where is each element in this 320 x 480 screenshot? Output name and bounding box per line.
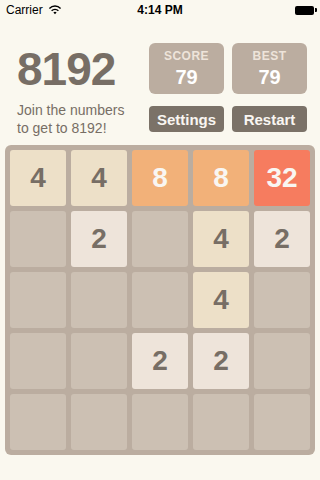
subtitle-line-2: to get to 8192! (17, 120, 107, 136)
empty-cell (71, 394, 127, 450)
empty-cell (193, 394, 249, 450)
tile-2: 2 (193, 333, 249, 389)
tile-4: 4 (10, 150, 66, 206)
score-row: SCORE 79 BEST 79 (149, 43, 307, 94)
status-bar: Carrier 4:14 PM (0, 0, 320, 20)
tile-4: 4 (193, 211, 249, 267)
empty-cell (10, 272, 66, 328)
status-time: 4:14 PM (0, 3, 320, 17)
restart-button[interactable]: Restart (232, 106, 307, 132)
tile-2: 2 (71, 211, 127, 267)
empty-cell (132, 272, 188, 328)
empty-cell (71, 333, 127, 389)
empty-cell (132, 211, 188, 267)
battery-icon (295, 6, 314, 15)
tile-32: 32 (254, 150, 310, 206)
score-value: 79 (175, 66, 197, 89)
subtitle-line-1: Join the numbers (17, 102, 124, 118)
empty-cell (132, 394, 188, 450)
game-title: 8192 (17, 42, 115, 96)
empty-cell (10, 333, 66, 389)
empty-cell (71, 272, 127, 328)
best-value: 79 (258, 66, 280, 89)
tile-4: 4 (193, 272, 249, 328)
app-screen: Carrier 4:14 PM 8192 Join the numbers to… (0, 0, 320, 480)
score-label: SCORE (164, 49, 209, 63)
empty-cell (254, 333, 310, 389)
game-board[interactable]: 448832242422 (5, 145, 315, 455)
tile-8: 8 (193, 150, 249, 206)
game-subtitle: Join the numbers to get to 8192! (17, 101, 124, 137)
tile-2: 2 (132, 333, 188, 389)
best-label: BEST (252, 49, 286, 63)
tile-2: 2 (254, 211, 310, 267)
best-box: BEST 79 (232, 43, 307, 94)
empty-cell (10, 211, 66, 267)
tile-8: 8 (132, 150, 188, 206)
score-box: SCORE 79 (149, 43, 224, 94)
empty-cell (254, 394, 310, 450)
settings-button[interactable]: Settings (149, 106, 224, 132)
button-row: Settings Restart (149, 106, 307, 132)
empty-cell (254, 272, 310, 328)
tile-4: 4 (71, 150, 127, 206)
empty-cell (10, 394, 66, 450)
